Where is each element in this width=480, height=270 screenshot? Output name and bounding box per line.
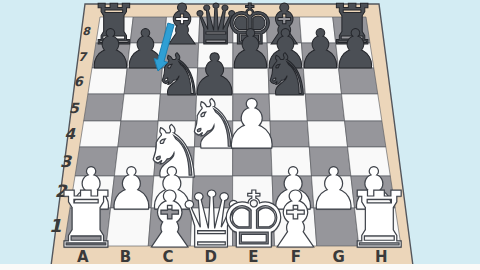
square-a6	[88, 68, 127, 94]
square-h8	[333, 17, 370, 43]
square-c5	[158, 94, 196, 121]
square-f5	[269, 94, 307, 121]
square-a7	[92, 43, 130, 68]
square-h1	[355, 208, 401, 246]
square-b3	[114, 147, 156, 176]
rank-label-1: 1	[49, 215, 62, 236]
square-d4	[194, 121, 232, 147]
square-b4	[118, 121, 158, 147]
board-svg: 87654321ABCDEFGH	[0, 0, 480, 270]
square-b2	[111, 176, 154, 208]
square-c4	[156, 121, 195, 147]
square-h6	[339, 68, 378, 94]
square-b6	[124, 68, 162, 94]
rank-label-3: 3	[60, 152, 73, 171]
square-g5	[305, 94, 344, 121]
square-e4	[233, 121, 271, 147]
square-e5	[233, 94, 270, 121]
square-f3	[271, 147, 311, 176]
square-d7	[198, 43, 233, 68]
square-h7	[336, 43, 374, 68]
square-d6	[197, 68, 233, 94]
square-e7	[233, 43, 268, 68]
rank-label-8: 8	[82, 25, 91, 38]
square-g8	[300, 17, 336, 43]
square-f1	[273, 208, 317, 246]
square-h2	[351, 176, 395, 208]
square-f6	[268, 68, 305, 94]
square-f8	[266, 17, 301, 43]
square-e1	[233, 208, 275, 246]
square-d2	[192, 176, 233, 208]
square-c7	[162, 43, 198, 68]
square-b8	[130, 17, 166, 43]
square-g7	[301, 43, 338, 68]
square-a5	[84, 94, 124, 121]
square-b5	[121, 94, 160, 121]
rank-label-5: 5	[69, 100, 80, 116]
square-h4	[345, 121, 386, 147]
square-a8	[96, 17, 133, 43]
square-b1	[106, 208, 151, 246]
square-g1	[314, 208, 359, 246]
square-h3	[348, 147, 391, 176]
square-c6	[160, 68, 197, 94]
square-e6	[233, 68, 269, 94]
square-g4	[307, 121, 347, 147]
square-c3	[154, 147, 195, 176]
square-f2	[272, 176, 314, 208]
rank-label-2: 2	[55, 181, 68, 201]
square-a2	[70, 176, 114, 208]
square-d1	[190, 208, 232, 246]
square-a1	[64, 208, 111, 246]
square-d3	[193, 147, 232, 176]
square-a4	[80, 121, 121, 147]
chessboard-illustration: 87654321ABCDEFGH ♜♝♛♚♝♜♟♟♟♟♟♟♞♟♞♞♟♞♟♟♟♟♟…	[0, 0, 480, 270]
square-c1	[148, 208, 192, 246]
square-d5	[195, 94, 232, 121]
square-c8	[164, 17, 199, 43]
page-background-strip	[0, 264, 480, 270]
square-e3	[233, 147, 272, 176]
square-e2	[233, 176, 274, 208]
square-b7	[127, 43, 164, 68]
square-g6	[303, 68, 341, 94]
square-f4	[270, 121, 309, 147]
square-c2	[151, 176, 193, 208]
rank-label-4: 4	[65, 125, 76, 143]
square-g3	[309, 147, 351, 176]
square-g2	[311, 176, 354, 208]
square-h5	[342, 94, 382, 121]
square-f7	[267, 43, 303, 68]
square-d8	[199, 17, 233, 43]
square-a3	[75, 147, 118, 176]
square-e8	[233, 17, 267, 43]
